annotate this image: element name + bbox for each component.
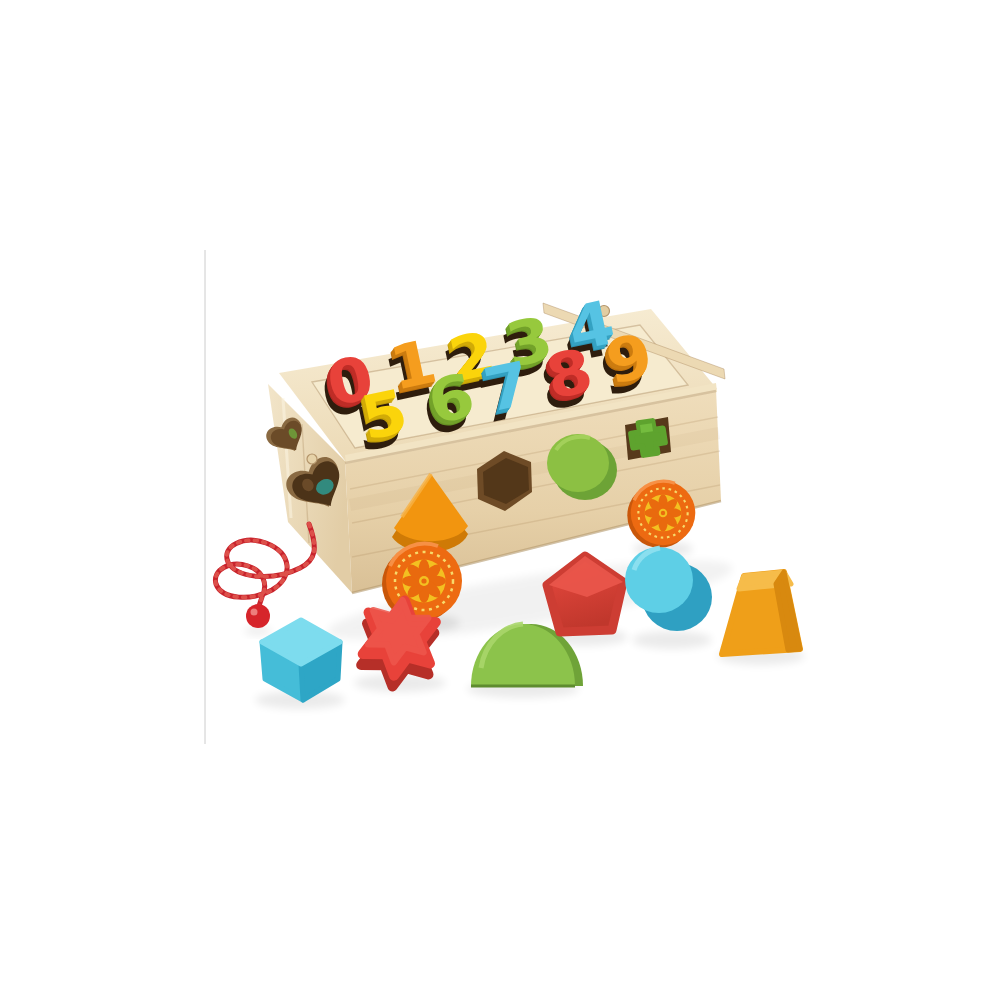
toy-illustration: [0, 0, 1000, 1000]
block-orange-trapezoid: [722, 572, 800, 654]
string-bead: [246, 604, 270, 628]
product-photo: 00 11 22 33 44 55 66 77 88 99: [0, 0, 1000, 1000]
lid-corner-peg: [307, 454, 317, 464]
block-blue-cylinder: [625, 547, 712, 631]
pull-string: [215, 524, 314, 628]
